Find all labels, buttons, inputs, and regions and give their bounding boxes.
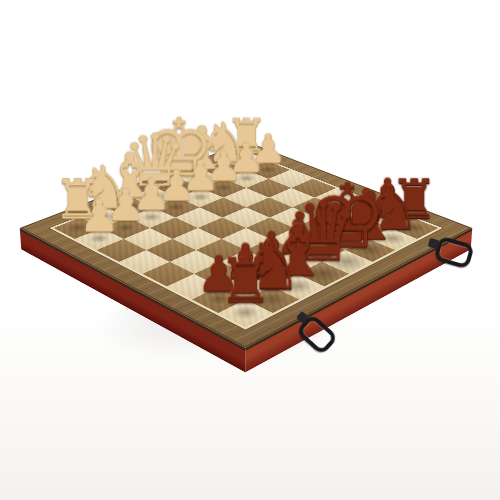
chess-set-photo[interactable]: ♜♞♝♛♚♝♞♜♟♟♟♟♟♟♟♟♟♟♟♟♟♟♟♟♜♞♝♛♚♝♞♜ [0, 0, 500, 500]
black-rook-glyph: ♜ [177, 251, 313, 312]
chess-board: ♜♞♝♛♚♝♞♜♟♟♟♟♟♟♟♟♟♟♟♟♟♟♟♟♜♞♝♛♚♝♞♜ [20, 141, 473, 348]
white-pawn-glyph: ♟ [38, 193, 160, 238]
scene: ♜♞♝♛♚♝♞♜♟♟♟♟♟♟♟♟♟♟♟♟♟♟♟♟♜♞♝♛♚♝♞♜ [0, 0, 500, 500]
